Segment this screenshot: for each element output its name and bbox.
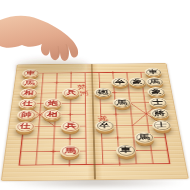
hand: [0, 0, 110, 80]
piece-glyph: 馬: [116, 100, 127, 106]
black-elephant[interactable]: 象: [147, 87, 166, 97]
black-advisor[interactable]: 士: [151, 120, 172, 131]
piece-glyph: 象: [132, 79, 143, 84]
piece-glyph: 卒: [99, 122, 110, 128]
piece-glyph: 相: [23, 90, 34, 95]
piece-glyph: 仕: [19, 123, 31, 129]
photo-scene: 楚河 漢界 車馬相仕帥仕炮相兵兵馬砲卒卒馬車象馬車馬象士將士: [0, 0, 190, 190]
piece-glyph: 馬: [65, 147, 76, 154]
piece-glyph: 帥: [21, 112, 32, 118]
piece-glyph: 卒: [115, 79, 125, 84]
red-horse[interactable]: 馬: [60, 145, 80, 157]
piece-glyph: 炮: [48, 100, 59, 106]
piece-glyph: 相: [47, 111, 58, 117]
black-advisor[interactable]: 士: [148, 98, 168, 108]
hand-shadow: [16, 60, 88, 74]
piece-glyph: 車: [120, 147, 132, 154]
piece-glyph: 馬: [24, 80, 34, 85]
red-advisor[interactable]: 仕: [15, 121, 35, 132]
red-elephant[interactable]: 相: [43, 110, 62, 121]
piece-glyph: 將: [154, 110, 166, 116]
red-general[interactable]: 帥: [16, 110, 36, 121]
piece-glyph: 兵: [65, 123, 76, 129]
black-soldier[interactable]: 卒: [95, 120, 115, 131]
black-cannon[interactable]: 砲: [94, 88, 112, 98]
black-horse[interactable]: 馬: [145, 77, 164, 86]
red-soldier[interactable]: 兵: [62, 88, 80, 98]
piece-glyph: 馬: [149, 79, 160, 84]
red-advisor[interactable]: 仕: [18, 99, 37, 109]
piece-glyph: 仕: [22, 101, 33, 107]
black-horse[interactable]: 馬: [134, 132, 155, 144]
piece-glyph: 砲: [98, 89, 108, 94]
piece-glyph: 象: [151, 89, 162, 94]
black-chariot[interactable]: 車: [144, 68, 162, 77]
hand-shape: [0, 16, 78, 61]
piece-glyph: 士: [156, 122, 168, 128]
black-chariot[interactable]: 車: [116, 145, 137, 157]
black-elephant[interactable]: 象: [128, 77, 146, 86]
black-soldier[interactable]: 卒: [111, 78, 129, 87]
red-soldier[interactable]: 兵: [61, 121, 80, 132]
piece-glyph: 兵: [66, 90, 76, 95]
piece-glyph: 士: [152, 99, 163, 105]
black-general[interactable]: 將: [150, 109, 170, 119]
red-elephant[interactable]: 相: [19, 88, 38, 98]
black-horse[interactable]: 馬: [112, 98, 131, 108]
xiangqi-board[interactable]: 楚河 漢界 車馬相仕帥仕炮相兵兵馬砲卒卒馬車象馬車馬象士將士: [1, 63, 189, 181]
board-perspective-wrap: 楚河 漢界 車馬相仕帥仕炮相兵兵馬砲卒卒馬車象馬車馬象士將士: [1, 63, 189, 181]
red-cannon[interactable]: 炮: [43, 99, 62, 109]
piece-glyph: 車: [148, 69, 158, 74]
piece-glyph: 馬: [138, 134, 150, 141]
